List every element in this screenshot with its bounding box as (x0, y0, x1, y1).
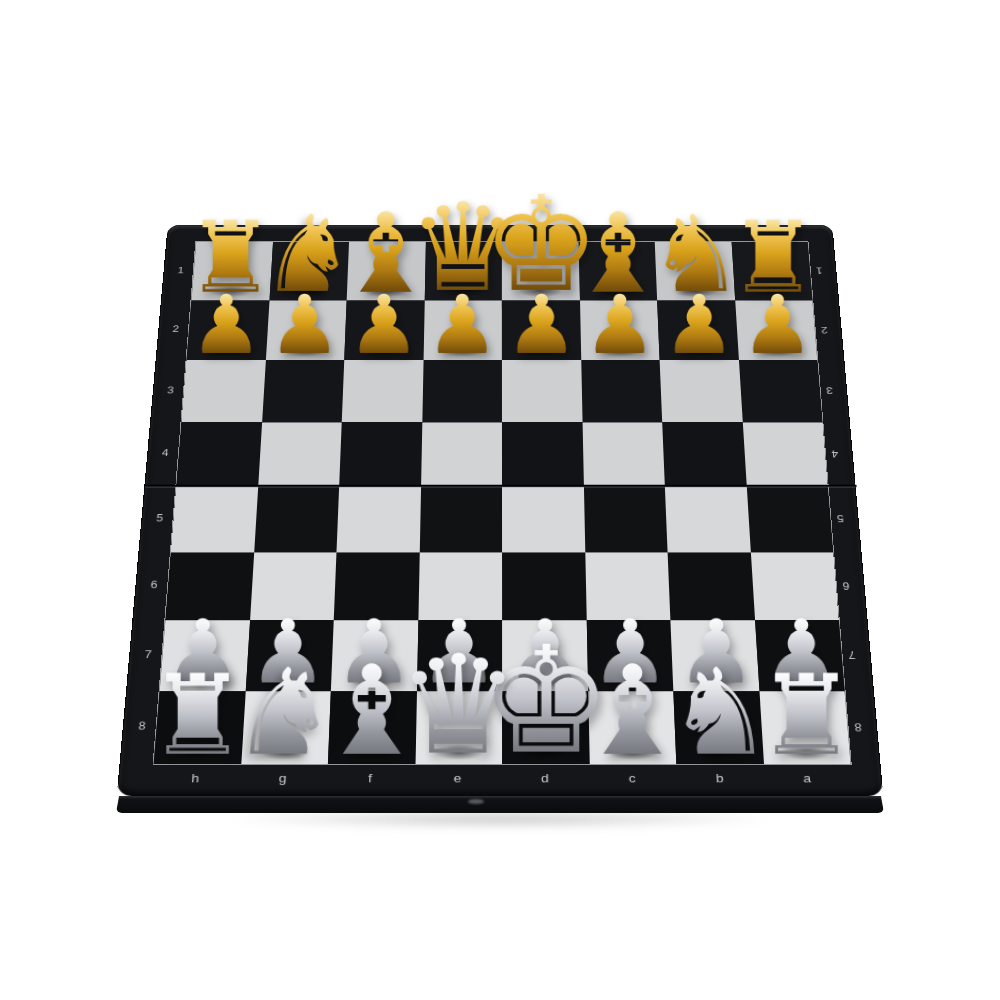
square-a5[interactable] (746, 486, 833, 552)
square-f2[interactable]: ♟ (344, 300, 424, 360)
square-c3[interactable] (581, 360, 662, 422)
square-e5[interactable] (419, 486, 502, 552)
square-g5[interactable] (254, 486, 339, 552)
gold-pawn-b2[interactable]: ♟ (663, 292, 736, 359)
square-g3[interactable] (262, 360, 345, 422)
rank-label-4: 4 (822, 421, 847, 485)
gold-pawn-e2[interactable]: ♟ (426, 292, 499, 359)
silver-queen-e8[interactable]: ♛ (397, 650, 520, 762)
square-g2[interactable]: ♟ (265, 300, 346, 360)
rank-label-3: 3 (817, 359, 842, 421)
square-c4[interactable] (582, 422, 665, 486)
product-photo-stage: 12345678 12345678 hgfedcba ♜♞♝♛♚♝♞♜♟♟♟♟♟… (0, 0, 1000, 1000)
rank-label-2: 2 (812, 300, 836, 360)
square-b4[interactable] (662, 422, 746, 486)
rank-label-3: 3 (158, 359, 183, 421)
file-label-c: c (588, 767, 676, 789)
square-a2[interactable]: ♟ (735, 300, 818, 360)
square-g4[interactable] (258, 422, 342, 486)
silver-knight-g8[interactable]: ♞ (231, 664, 338, 762)
silver-knight-b8[interactable]: ♞ (666, 664, 773, 762)
file-label-b: b (675, 767, 764, 789)
file-label-a: a (763, 767, 852, 789)
square-d5[interactable] (502, 486, 585, 552)
rank-label-1: 1 (808, 241, 832, 299)
square-h3[interactable] (182, 360, 266, 422)
square-c5[interactable] (583, 486, 667, 552)
gold-pawn-f2[interactable]: ♟ (347, 292, 420, 359)
file-label-d: d (501, 767, 589, 789)
square-f4[interactable] (339, 422, 422, 486)
gold-pawn-h2[interactable]: ♟ (190, 292, 263, 359)
square-e3[interactable] (422, 360, 502, 422)
gold-pawn-c2[interactable]: ♟ (584, 292, 657, 359)
square-d2[interactable]: ♟ (502, 300, 581, 360)
rank-label-5: 5 (147, 485, 173, 551)
file-label-h: h (151, 767, 240, 789)
file-label-e: e (413, 767, 501, 789)
square-c2[interactable]: ♟ (580, 300, 660, 360)
rank-label-2: 2 (163, 300, 187, 360)
chess-grid: ♜♞♝♛♚♝♞♜♟♟♟♟♟♟♟♟♟♟♟♟♟♟♟♟♜♞♝♛♚♝♞♜ (154, 242, 851, 764)
square-e4[interactable] (421, 422, 502, 486)
gold-pawn-a2[interactable]: ♟ (741, 292, 814, 359)
fold-seam (145, 485, 857, 488)
square-f3[interactable] (342, 360, 423, 422)
file-label-g: g (238, 767, 327, 789)
square-b3[interactable] (660, 360, 743, 422)
file-labels-bottom: hgfedcba (151, 767, 852, 789)
square-a4[interactable] (742, 422, 827, 486)
rank-label-4: 4 (152, 421, 177, 485)
perspective-container: 12345678 12345678 hgfedcba ♜♞♝♛♚♝♞♜♟♟♟♟♟… (144, 134, 856, 846)
square-b8[interactable]: ♞ (673, 691, 763, 764)
square-f5[interactable] (336, 486, 420, 552)
square-g8[interactable]: ♞ (241, 691, 331, 764)
file-label-f: f (326, 767, 414, 789)
square-d3[interactable] (502, 360, 582, 422)
chess-board-frame: 12345678 12345678 hgfedcba ♜♞♝♛♚♝♞♜♟♟♟♟♟… (117, 225, 884, 797)
playing-surface: ♜♞♝♛♚♝♞♜♟♟♟♟♟♟♟♟♟♟♟♟♟♟♟♟♜♞♝♛♚♝♞♜ (153, 241, 852, 765)
square-h2[interactable]: ♟ (187, 300, 269, 360)
square-h5[interactable] (171, 486, 258, 552)
square-b2[interactable]: ♟ (657, 300, 738, 360)
gold-pawn-d2[interactable]: ♟ (505, 292, 578, 359)
square-h4[interactable] (176, 422, 261, 486)
square-e2[interactable]: ♟ (423, 300, 502, 360)
square-b5[interactable] (665, 486, 751, 552)
gold-pawn-g2[interactable]: ♟ (269, 292, 342, 359)
square-d4[interactable] (502, 422, 583, 486)
square-e8[interactable]: ♛ (415, 691, 502, 764)
square-a3[interactable] (738, 360, 822, 422)
